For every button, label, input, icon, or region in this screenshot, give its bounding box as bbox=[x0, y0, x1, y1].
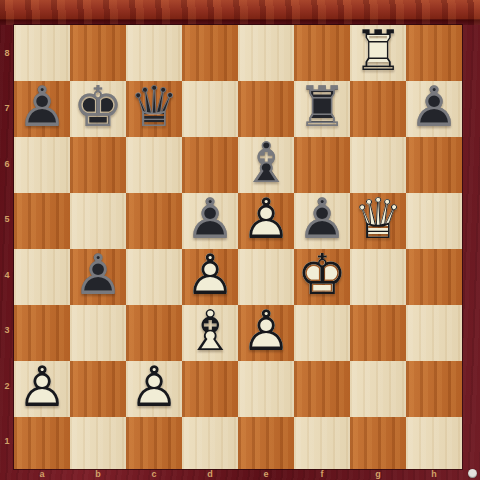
square-g4[interactable] bbox=[350, 249, 406, 305]
white-pawn-outline-glyph: ♙ bbox=[241, 303, 291, 359]
square-f8[interactable] bbox=[294, 25, 350, 81]
square-b4[interactable]: ♟♙ bbox=[70, 249, 126, 305]
square-f4[interactable]: ♚♔ bbox=[294, 249, 350, 305]
black-pawn-outline-glyph: ♙ bbox=[297, 191, 347, 247]
piece-black-king-b7[interactable]: ♚♔ bbox=[70, 81, 126, 137]
square-h7[interactable]: ♟♙ bbox=[406, 81, 462, 137]
square-f6[interactable] bbox=[294, 137, 350, 193]
square-d5[interactable]: ♟♙ bbox=[182, 193, 238, 249]
white-pawn-outline-glyph: ♙ bbox=[129, 359, 179, 415]
rank-label-1: 1 bbox=[0, 414, 14, 470]
square-g3[interactable] bbox=[350, 305, 406, 361]
piece-white-pawn-c2[interactable]: ♟♙ bbox=[126, 361, 182, 417]
square-b7[interactable]: ♚♔ bbox=[70, 81, 126, 137]
square-h3[interactable] bbox=[406, 305, 462, 361]
square-d6[interactable] bbox=[182, 137, 238, 193]
square-a6[interactable] bbox=[14, 137, 70, 193]
square-g8[interactable]: ♜♖ bbox=[350, 25, 406, 81]
piece-black-pawn-h7[interactable]: ♟♙ bbox=[406, 81, 462, 137]
square-e7[interactable] bbox=[238, 81, 294, 137]
black-queen-outline-glyph: ♕ bbox=[129, 79, 179, 135]
black-rook-outline-glyph: ♖ bbox=[297, 79, 347, 135]
piece-black-bishop-e6[interactable]: ♝♗ bbox=[238, 137, 294, 193]
square-f2[interactable] bbox=[294, 361, 350, 417]
square-b6[interactable] bbox=[70, 137, 126, 193]
square-e4[interactable] bbox=[238, 249, 294, 305]
square-h4[interactable] bbox=[406, 249, 462, 305]
piece-black-pawn-f5[interactable]: ♟♙ bbox=[294, 193, 350, 249]
rank-label-3: 3 bbox=[0, 303, 14, 359]
piece-black-pawn-d5[interactable]: ♟♙ bbox=[182, 193, 238, 249]
piece-black-rook-f7[interactable]: ♜♖ bbox=[294, 81, 350, 137]
white-queen-outline-glyph: ♕ bbox=[353, 191, 403, 247]
square-b8[interactable] bbox=[70, 25, 126, 81]
square-e6[interactable]: ♝♗ bbox=[238, 137, 294, 193]
square-h2[interactable] bbox=[406, 361, 462, 417]
square-h1[interactable] bbox=[406, 417, 462, 469]
square-d2[interactable] bbox=[182, 361, 238, 417]
square-a8[interactable] bbox=[14, 25, 70, 81]
square-a2[interactable]: ♟♙ bbox=[14, 361, 70, 417]
square-e3[interactable]: ♟♙ bbox=[238, 305, 294, 361]
white-king-outline-glyph: ♔ bbox=[297, 247, 347, 303]
rank-label-6: 6 bbox=[0, 136, 14, 192]
square-e8[interactable] bbox=[238, 25, 294, 81]
square-c2[interactable]: ♟♙ bbox=[126, 361, 182, 417]
square-b1[interactable] bbox=[70, 417, 126, 469]
square-c3[interactable] bbox=[126, 305, 182, 361]
square-a5[interactable] bbox=[14, 193, 70, 249]
black-pawn-outline-glyph: ♙ bbox=[73, 247, 123, 303]
square-c7[interactable]: ♛♕ bbox=[126, 81, 182, 137]
square-c4[interactable] bbox=[126, 249, 182, 305]
file-label-e: e bbox=[238, 469, 294, 480]
square-e5[interactable]: ♟♙ bbox=[238, 193, 294, 249]
square-h5[interactable] bbox=[406, 193, 462, 249]
black-pawn-outline-glyph: ♙ bbox=[17, 79, 67, 135]
file-label-d: d bbox=[182, 469, 238, 480]
square-g1[interactable] bbox=[350, 417, 406, 469]
rank-label-2: 2 bbox=[0, 358, 14, 414]
square-f3[interactable] bbox=[294, 305, 350, 361]
side-to-move-indicator bbox=[468, 469, 477, 478]
piece-white-rook-g8[interactable]: ♜♖ bbox=[350, 25, 406, 81]
piece-white-pawn-e5[interactable]: ♟♙ bbox=[238, 193, 294, 249]
piece-white-bishop-d3[interactable]: ♝♗ bbox=[182, 305, 238, 361]
file-label-g: g bbox=[350, 469, 406, 480]
square-c1[interactable] bbox=[126, 417, 182, 469]
chess-board-frame: 87654321 ♜♖♟♙♚♔♛♕♜♖♟♙♝♗♟♙♟♙♟♙♛♕♟♙♟♙♚♔♝♗♟… bbox=[0, 0, 480, 480]
white-pawn-outline-glyph: ♙ bbox=[241, 191, 291, 247]
white-pawn-outline-glyph: ♙ bbox=[17, 359, 67, 415]
piece-white-king-f4[interactable]: ♚♔ bbox=[294, 249, 350, 305]
piece-black-queen-c7[interactable]: ♛♕ bbox=[126, 81, 182, 137]
square-f7[interactable]: ♜♖ bbox=[294, 81, 350, 137]
square-b5[interactable] bbox=[70, 193, 126, 249]
square-h8[interactable] bbox=[406, 25, 462, 81]
square-h6[interactable] bbox=[406, 137, 462, 193]
square-d3[interactable]: ♝♗ bbox=[182, 305, 238, 361]
square-g2[interactable] bbox=[350, 361, 406, 417]
file-label-h: h bbox=[406, 469, 462, 480]
black-bishop-outline-glyph: ♗ bbox=[241, 135, 291, 191]
square-a7[interactable]: ♟♙ bbox=[14, 81, 70, 137]
white-pawn-outline-glyph: ♙ bbox=[185, 247, 235, 303]
square-e1[interactable] bbox=[238, 417, 294, 469]
square-c6[interactable] bbox=[126, 137, 182, 193]
rank-label-5: 5 bbox=[0, 192, 14, 248]
square-e2[interactable] bbox=[238, 361, 294, 417]
square-d7[interactable] bbox=[182, 81, 238, 137]
piece-black-pawn-b4[interactable]: ♟♙ bbox=[70, 249, 126, 305]
square-f1[interactable] bbox=[294, 417, 350, 469]
square-b2[interactable] bbox=[70, 361, 126, 417]
rank-label-8: 8 bbox=[0, 25, 14, 81]
file-label-c: c bbox=[126, 469, 182, 480]
piece-white-pawn-d4[interactable]: ♟♙ bbox=[182, 249, 238, 305]
square-a1[interactable] bbox=[14, 417, 70, 469]
square-d4[interactable]: ♟♙ bbox=[182, 249, 238, 305]
rank-label-4: 4 bbox=[0, 247, 14, 303]
rank-labels: 87654321 bbox=[0, 25, 14, 469]
piece-white-queen-g5[interactable]: ♛♕ bbox=[350, 193, 406, 249]
square-a4[interactable] bbox=[14, 249, 70, 305]
file-label-b: b bbox=[70, 469, 126, 480]
square-b3[interactable] bbox=[70, 305, 126, 361]
square-g7[interactable] bbox=[350, 81, 406, 137]
white-rook-outline-glyph: ♖ bbox=[353, 23, 403, 79]
black-pawn-outline-glyph: ♙ bbox=[185, 191, 235, 247]
white-bishop-outline-glyph: ♗ bbox=[185, 303, 235, 359]
board-frame-top-edge bbox=[0, 0, 480, 25]
piece-black-pawn-a7[interactable]: ♟♙ bbox=[14, 81, 70, 137]
piece-white-pawn-a2[interactable]: ♟♙ bbox=[14, 361, 70, 417]
square-c5[interactable] bbox=[126, 193, 182, 249]
rank-label-7: 7 bbox=[0, 81, 14, 137]
file-label-a: a bbox=[14, 469, 70, 480]
black-king-outline-glyph: ♔ bbox=[73, 79, 123, 135]
black-pawn-outline-glyph: ♙ bbox=[409, 79, 459, 135]
square-c8[interactable] bbox=[126, 25, 182, 81]
square-g5[interactable]: ♛♕ bbox=[350, 193, 406, 249]
file-labels: abcdefgh bbox=[14, 469, 462, 480]
chess-board[interactable]: ♜♖♟♙♚♔♛♕♜♖♟♙♝♗♟♙♟♙♟♙♛♕♟♙♟♙♚♔♝♗♟♙♟♙♟♙ bbox=[14, 25, 462, 469]
file-label-f: f bbox=[294, 469, 350, 480]
square-f5[interactable]: ♟♙ bbox=[294, 193, 350, 249]
square-g6[interactable] bbox=[350, 137, 406, 193]
square-d8[interactable] bbox=[182, 25, 238, 81]
square-a3[interactable] bbox=[14, 305, 70, 361]
piece-white-pawn-e3[interactable]: ♟♙ bbox=[238, 305, 294, 361]
square-d1[interactable] bbox=[182, 417, 238, 469]
